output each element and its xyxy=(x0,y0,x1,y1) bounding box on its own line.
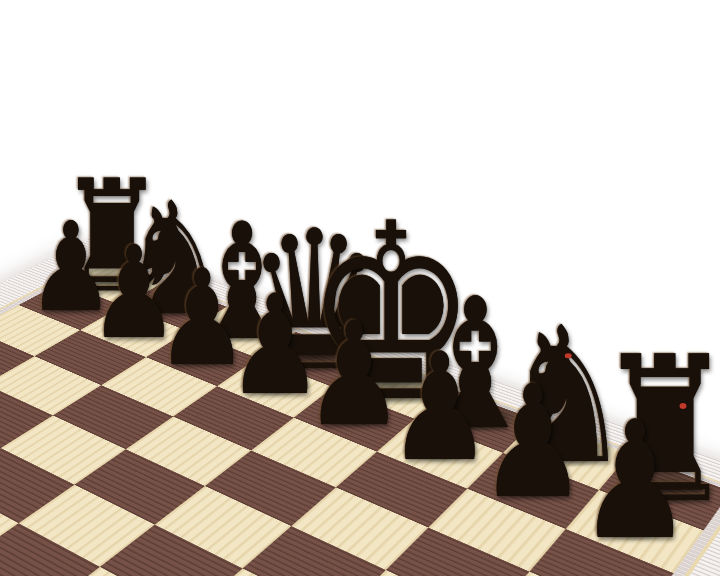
chessboard-frame xyxy=(0,238,720,576)
product-photo: ♜♞♝♛♚♝♞♜♟♟♟♟♟♟♟♟ xyxy=(0,0,720,576)
board-grid xyxy=(0,261,720,576)
board-inlay-line xyxy=(0,256,720,576)
board-scene xyxy=(0,0,720,576)
